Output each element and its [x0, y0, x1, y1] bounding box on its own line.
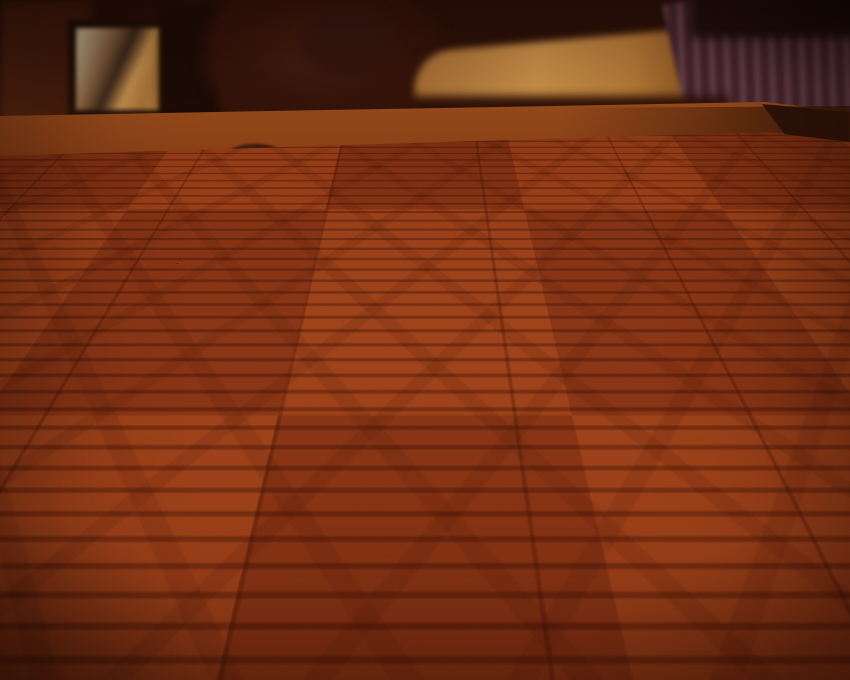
- scene: [0, 0, 850, 680]
- die-near-shadow: [402, 400, 488, 414]
- picture-frame-image: [76, 28, 160, 110]
- couch-back-shadow: [690, 0, 850, 38]
- checker-glint-1: [156, 194, 172, 201]
- die-near[interactable]: [404, 324, 482, 406]
- die-far-shadow: [394, 286, 444, 296]
- picture-frame: [68, 20, 170, 120]
- couch-arm: [300, 4, 395, 78]
- checker-glint-2: [180, 177, 193, 183]
- lamp-glare-core: [678, 550, 730, 598]
- backgammon-photo: [0, 0, 850, 680]
- die-far[interactable]: [395, 241, 440, 292]
- checker-dark-5[interactable]: [228, 144, 282, 164]
